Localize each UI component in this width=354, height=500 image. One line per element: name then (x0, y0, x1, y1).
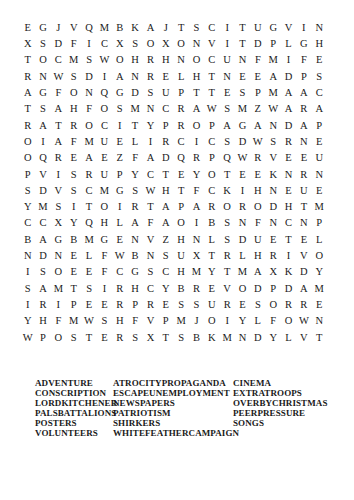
grid-cell: F (127, 313, 142, 329)
grid-cell: N (219, 69, 234, 85)
grid-cell: C (51, 53, 66, 69)
grid-cell: R (235, 199, 250, 215)
word-list-item: SHIRKERS (113, 418, 239, 428)
grid-cell: N (35, 69, 50, 85)
grid-cell: H (250, 183, 265, 199)
grid-cell: O (51, 264, 66, 280)
grid-cell: R (250, 150, 265, 166)
grid-cell: D (81, 69, 96, 85)
grid-cell: T (173, 183, 188, 199)
grid-cell: O (189, 53, 204, 69)
grid-cell: R (112, 281, 127, 297)
grid-cell: S (189, 20, 204, 36)
grid-cell: R (281, 134, 296, 150)
grid-cell: W (81, 313, 96, 329)
grid-cell: C (97, 118, 112, 134)
grid-cell: N (266, 183, 281, 199)
grid-cell: R (281, 297, 296, 313)
grid-cell: F (97, 248, 112, 264)
word-list-item: POSTERS (35, 418, 117, 428)
grid-cell: S (127, 183, 142, 199)
grid-cell: S (219, 134, 234, 150)
grid-cell: P (204, 118, 219, 134)
grid-cell: U (250, 20, 265, 36)
grid-cell: P (35, 330, 50, 346)
grid-cell: N (143, 248, 158, 264)
grid-cell: C (158, 264, 173, 280)
grid-cell: C (35, 216, 50, 232)
grid-cell: S (66, 330, 81, 346)
grid-cell: M (266, 85, 281, 101)
word-search-grid: EGJVQMBKAJTSCITUGVINXSDFICXSOXONVITDPLGH… (20, 20, 327, 346)
grid-cell: I (143, 134, 158, 150)
grid-cell: T (158, 167, 173, 183)
grid-cell: S (143, 264, 158, 280)
grid-cell: C (143, 281, 158, 297)
grid-cell: R (127, 199, 142, 215)
grid-cell: G (112, 183, 127, 199)
word-list-item: OVERBYCHRISTMAS (233, 398, 328, 408)
grid-cell: N (20, 248, 35, 264)
grid-cell: W (296, 313, 311, 329)
grid-cell: Y (189, 167, 204, 183)
grid-cell: C (173, 134, 188, 150)
grid-cell: L (250, 313, 265, 329)
grid-cell: L (281, 36, 296, 52)
grid-cell: A (35, 281, 50, 297)
grid-cell: A (281, 85, 296, 101)
grid-cell: Z (158, 232, 173, 248)
grid-cell: B (204, 216, 219, 232)
grid-cell: U (158, 85, 173, 101)
grid-cell: V (51, 183, 66, 199)
grid-cell: E (97, 150, 112, 166)
grid-cell: H (158, 183, 173, 199)
grid-cell: I (219, 36, 234, 52)
grid-cell: Y (66, 216, 81, 232)
grid-cell: O (51, 330, 66, 346)
grid-cell: P (20, 167, 35, 183)
grid-cell: E (266, 232, 281, 248)
grid-cell: D (51, 36, 66, 52)
grid-cell: F (266, 313, 281, 329)
grid-cell: S (235, 85, 250, 101)
grid-cell: M (97, 20, 112, 36)
grid-cell: F (189, 183, 204, 199)
grid-cell: K (219, 183, 234, 199)
grid-cell: I (20, 264, 35, 280)
grid-cell: M (35, 199, 50, 215)
grid-cell: V (35, 167, 50, 183)
grid-cell: N (235, 216, 250, 232)
grid-cell: R (81, 167, 96, 183)
grid-cell: W (266, 101, 281, 117)
grid-cell: V (296, 330, 311, 346)
grid-cell: C (20, 216, 35, 232)
grid-cell: D (296, 264, 311, 280)
grid-cell: T (66, 281, 81, 297)
grid-cell: O (173, 36, 188, 52)
grid-cell: R (20, 118, 35, 134)
grid-cell: P (158, 313, 173, 329)
grid-cell: K (266, 167, 281, 183)
grid-cell: T (296, 199, 311, 215)
grid-cell: C (158, 101, 173, 117)
grid-cell: A (250, 118, 265, 134)
grid-cell: D (250, 36, 265, 52)
grid-cell: S (35, 101, 50, 117)
grid-cell: S (127, 330, 142, 346)
grid-cell: A (127, 216, 142, 232)
grid-cell: O (204, 167, 219, 183)
grid-cell: E (66, 264, 81, 280)
grid-cell: C (112, 264, 127, 280)
grid-cell: T (235, 36, 250, 52)
grid-cell: S (127, 36, 142, 52)
grid-cell: E (112, 232, 127, 248)
grid-cell: A (250, 264, 265, 280)
grid-cell: O (20, 150, 35, 166)
grid-cell: H (312, 36, 327, 52)
grid-cell: U (250, 232, 265, 248)
grid-cell: N (189, 232, 204, 248)
grid-cell: M (66, 313, 81, 329)
grid-cell: S (35, 264, 50, 280)
grid-cell: C (312, 85, 327, 101)
grid-cell: M (312, 199, 327, 215)
grid-cell: R (204, 199, 219, 215)
grid-cell: N (173, 53, 188, 69)
grid-cell: O (81, 118, 96, 134)
grid-cell: Y (312, 264, 327, 280)
grid-cell: I (219, 20, 234, 36)
grid-cell: F (66, 134, 81, 150)
grid-cell: S (97, 313, 112, 329)
grid-cell: Q (35, 150, 50, 166)
grid-cell: A (143, 150, 158, 166)
grid-cell: E (81, 264, 96, 280)
word-list-item: WHITEFEATHERCAMPAIGN (113, 428, 239, 438)
grid-cell: X (20, 36, 35, 52)
grid-cell: A (219, 118, 234, 134)
grid-cell: B (66, 232, 81, 248)
grid-cell: X (143, 330, 158, 346)
grid-cell: R (266, 248, 281, 264)
word-list-item: VOLUNTEERS (35, 428, 117, 438)
grid-cell: A (51, 134, 66, 150)
grid-cell: A (158, 216, 173, 232)
grid-cell: I (20, 297, 35, 313)
grid-cell: I (51, 167, 66, 183)
grid-cell: R (143, 297, 158, 313)
grid-cell: U (97, 167, 112, 183)
grid-cell: I (189, 216, 204, 232)
grid-cell: F (51, 85, 66, 101)
grid-cell: R (112, 297, 127, 313)
grid-cell: H (158, 53, 173, 69)
word-list-item: PEERPRESSURE (233, 408, 328, 418)
grid-cell: E (281, 183, 296, 199)
grid-cell: R (51, 150, 66, 166)
grid-cell: P (173, 85, 188, 101)
grid-cell: R (158, 134, 173, 150)
grid-cell: U (97, 134, 112, 150)
grid-cell: A (158, 199, 173, 215)
grid-cell: I (81, 36, 96, 52)
word-list-column: ATROCITYPROPAGANDAESCAPEUNEMPLOYMENTNEWS… (113, 378, 239, 438)
grid-cell: A (20, 85, 35, 101)
grid-cell: C (143, 167, 158, 183)
grid-cell: P (127, 297, 142, 313)
grid-cell: R (219, 248, 234, 264)
grid-cell: V (266, 150, 281, 166)
grid-cell: Q (97, 85, 112, 101)
grid-cell: S (189, 297, 204, 313)
grid-cell: N (312, 167, 327, 183)
grid-cell: L (173, 69, 188, 85)
grid-cell: O (112, 53, 127, 69)
grid-cell: U (219, 53, 234, 69)
grid-cell: Y (266, 330, 281, 346)
grid-cell: O (219, 199, 234, 215)
grid-cell: W (143, 183, 158, 199)
grid-cell: H (189, 69, 204, 85)
grid-cell: L (235, 248, 250, 264)
grid-cell: H (127, 53, 142, 69)
grid-cell: B (189, 330, 204, 346)
grid-cell: M (66, 53, 81, 69)
grid-cell: V (143, 313, 158, 329)
grid-cell: F (127, 150, 142, 166)
grid-cell: V (219, 281, 234, 297)
grid-cell: R (219, 297, 234, 313)
grid-cell: A (112, 69, 127, 85)
grid-cell: P (266, 281, 281, 297)
grid-cell: O (35, 53, 50, 69)
grid-cell: N (296, 216, 311, 232)
grid-cell: S (81, 281, 96, 297)
grid-cell: S (20, 183, 35, 199)
grid-cell: I (235, 183, 250, 199)
grid-cell: E (312, 134, 327, 150)
grid-cell: A (312, 101, 327, 117)
grid-cell: N (266, 118, 281, 134)
grid-cell: Y (235, 313, 250, 329)
grid-cell: Q (173, 150, 188, 166)
grid-cell: Y (20, 199, 35, 215)
grid-cell: D (35, 183, 50, 199)
grid-cell: R (296, 167, 311, 183)
grid-cell: H (173, 232, 188, 248)
word-list-item: ATROCITYPROPAGANDA (113, 378, 239, 388)
grid-cell: I (189, 134, 204, 150)
grid-cell: U (173, 248, 188, 264)
grid-cell: B (127, 248, 142, 264)
grid-cell: T (235, 20, 250, 36)
grid-cell: H (97, 216, 112, 232)
grid-cell: O (204, 313, 219, 329)
word-list-item: NEWSPAPERS (113, 398, 239, 408)
grid-cell: R (143, 53, 158, 69)
word-list-column: ADVENTURECONSCRIPTIONLORDKITCHENERPALSBA… (35, 378, 117, 438)
grid-cell: S (158, 248, 173, 264)
grid-cell: J (189, 313, 204, 329)
grid-cell: X (112, 36, 127, 52)
grid-cell: O (235, 281, 250, 297)
grid-cell: R (173, 118, 188, 134)
grid-cell: X (266, 264, 281, 280)
grid-cell: C (97, 36, 112, 52)
grid-cell: J (51, 20, 66, 36)
grid-cell: E (219, 85, 234, 101)
grid-cell: D (127, 85, 142, 101)
grid-cell: N (127, 232, 142, 248)
grid-cell: S (173, 330, 188, 346)
grid-cell: T (312, 330, 327, 346)
grid-cell: O (281, 313, 296, 329)
grid-cell: O (189, 118, 204, 134)
grid-cell: L (204, 232, 219, 248)
grid-cell: L (81, 248, 96, 264)
grid-cell: T (219, 167, 234, 183)
grid-cell: R (296, 297, 311, 313)
grid-cell: A (296, 85, 311, 101)
grid-cell: E (296, 232, 311, 248)
grid-cell: T (173, 20, 188, 36)
grid-cell: W (204, 101, 219, 117)
grid-cell: A (143, 20, 158, 36)
word-list-item: SONGS (233, 418, 328, 428)
grid-cell: M (312, 281, 327, 297)
grid-cell: W (235, 150, 250, 166)
grid-cell: R (189, 281, 204, 297)
grid-cell: N (312, 313, 327, 329)
grid-cell: N (266, 216, 281, 232)
grid-cell: E (235, 69, 250, 85)
grid-cell: E (158, 69, 173, 85)
grid-cell: N (143, 101, 158, 117)
grid-cell: E (66, 150, 81, 166)
grid-cell: W (250, 134, 265, 150)
grid-cell: C (81, 183, 96, 199)
grid-cell: K (127, 20, 142, 36)
grid-cell: V (66, 20, 81, 36)
grid-cell: F (250, 53, 265, 69)
grid-cell: U (204, 297, 219, 313)
grid-cell: P (173, 199, 188, 215)
grid-cell: A (189, 101, 204, 117)
worksheet-page: EGJVQMBKAJTSCITUGVINXSDFICXSOXONVITDPLGH… (0, 0, 354, 500)
grid-cell: A (81, 150, 96, 166)
grid-cell: D (235, 134, 250, 150)
grid-cell: F (250, 216, 265, 232)
grid-cell: Z (250, 101, 265, 117)
grid-cell: E (250, 69, 265, 85)
grid-cell: S (219, 101, 234, 117)
grid-cell: D (235, 232, 250, 248)
grid-cell: E (250, 167, 265, 183)
grid-cell: F (51, 313, 66, 329)
grid-cell: E (281, 150, 296, 166)
grid-cell: T (81, 330, 96, 346)
grid-cell: Q (81, 216, 96, 232)
grid-cell: D (281, 69, 296, 85)
grid-cell: M (235, 264, 250, 280)
grid-cell: E (312, 297, 327, 313)
grid-cell: T (143, 199, 158, 215)
grid-cell: P (296, 69, 311, 85)
grid-cell: S (143, 85, 158, 101)
grid-cell: G (97, 232, 112, 248)
grid-cell: R (296, 101, 311, 117)
grid-cell: P (158, 118, 173, 134)
word-list-item: ESCAPEUNEMPLOYMENT (113, 388, 239, 398)
grid-cell: C (204, 20, 219, 36)
grid-cell: L (281, 330, 296, 346)
grid-cell: L (127, 134, 142, 150)
grid-cell: I (66, 199, 81, 215)
grid-cell: D (250, 281, 265, 297)
grid-cell: T (189, 85, 204, 101)
grid-cell: S (112, 101, 127, 117)
grid-cell: S (312, 69, 327, 85)
grid-cell: M (81, 232, 96, 248)
grid-cell: D (35, 248, 50, 264)
grid-cell: A (296, 118, 311, 134)
grid-cell: I (281, 248, 296, 264)
word-list-item: PATRIOTISM (113, 408, 239, 418)
grid-cell: N (189, 36, 204, 52)
grid-cell: T (127, 118, 142, 134)
grid-cell: G (112, 85, 127, 101)
grid-cell: E (173, 167, 188, 183)
grid-cell: X (189, 248, 204, 264)
grid-cell: F (97, 264, 112, 280)
grid-cell: E (158, 297, 173, 313)
grid-cell: K (204, 330, 219, 346)
grid-cell: I (296, 20, 311, 36)
grid-cell: H (35, 313, 50, 329)
grid-cell: D (158, 150, 173, 166)
grid-cell: R (112, 330, 127, 346)
grid-cell: M (219, 330, 234, 346)
grid-cell: G (35, 20, 50, 36)
grid-cell: R (66, 118, 81, 134)
grid-cell: S (66, 183, 81, 199)
grid-cell: S (66, 69, 81, 85)
grid-cell: O (250, 199, 265, 215)
grid-cell: P (250, 85, 265, 101)
grid-cell: S (20, 281, 35, 297)
grid-cell: G (51, 232, 66, 248)
word-list-item: PALSBATTALIONS (35, 408, 117, 418)
word-list-item: CINEMA (233, 378, 328, 388)
grid-cell: S (266, 134, 281, 150)
grid-cell: P (312, 216, 327, 232)
grid-cell: C (204, 53, 219, 69)
grid-cell: K (281, 264, 296, 280)
grid-cell: I (97, 281, 112, 297)
grid-cell: R (189, 150, 204, 166)
grid-cell: H (112, 313, 127, 329)
grid-cell: M (51, 281, 66, 297)
grid-cell: L (112, 216, 127, 232)
grid-cell: M (81, 134, 96, 150)
grid-cell: T (158, 330, 173, 346)
grid-cell: B (173, 281, 188, 297)
grid-cell: M (97, 183, 112, 199)
grid-cell: A (51, 101, 66, 117)
